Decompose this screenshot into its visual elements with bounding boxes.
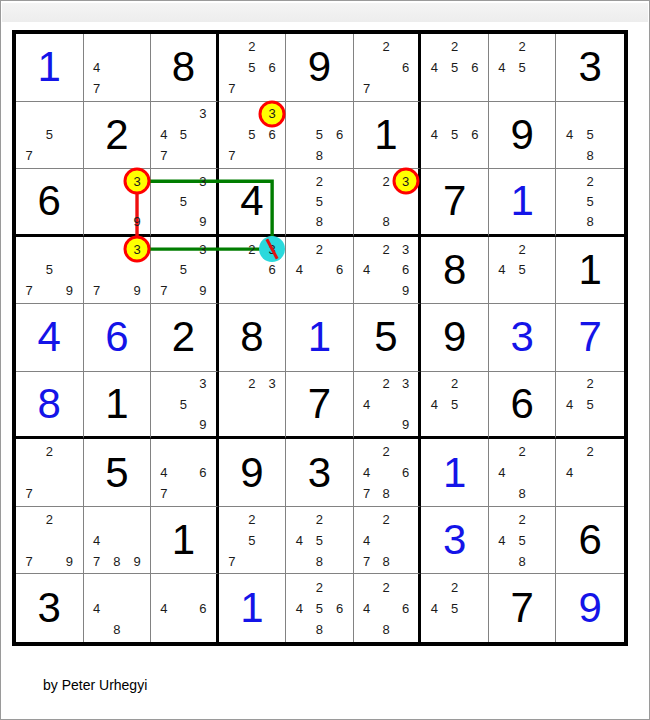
cell-r6c5[interactable]: 7 [286, 372, 354, 440]
cell-r6c9[interactable]: 245 [556, 372, 624, 440]
pencil-marks: 246 [289, 239, 350, 302]
cell-r9c8[interactable]: 7 [489, 574, 557, 642]
candidate-5: 5 [512, 530, 532, 551]
empty-slot [87, 260, 107, 281]
candidate-6: 6 [396, 260, 416, 281]
given-digit: 6 [16, 169, 83, 234]
cell-r7c3[interactable]: 467 [151, 439, 219, 507]
empty-slot [330, 576, 350, 597]
empty-slot [289, 171, 309, 191]
empty-slot [532, 530, 552, 551]
empty-slot [39, 462, 59, 483]
cell-r1c9[interactable]: 3 [556, 34, 624, 102]
given-digit: 4 [219, 169, 286, 234]
cell-r7c1[interactable]: 27 [16, 439, 84, 507]
candidate-9: 9 [396, 280, 416, 301]
empty-slot [396, 78, 416, 99]
pencil-marks: 568 [289, 104, 350, 167]
sudoku-grid: 1478256792672456245357234573567568145694… [12, 30, 628, 646]
candidate-4: 4 [424, 598, 444, 619]
candidate-9: 9 [193, 414, 213, 434]
cell-r2c6[interactable]: 1 [354, 102, 422, 170]
empty-slot [127, 260, 147, 281]
candidate-3: 3 [262, 374, 282, 394]
empty-slot [532, 57, 552, 78]
empty-slot [289, 551, 309, 572]
cell-r9c4[interactable]: 1 [219, 574, 287, 642]
candidate-6: 6 [262, 260, 282, 281]
candidate-4: 4 [357, 598, 377, 619]
cell-r6c2[interactable]: 1 [84, 372, 152, 440]
candidate-6: 6 [330, 260, 350, 281]
empty-slot [154, 576, 174, 597]
candidate-2: 2 [512, 509, 532, 530]
candidate-2: 2 [580, 441, 601, 462]
empty-slot [580, 414, 601, 434]
empty-slot [174, 576, 194, 597]
cell-r4c1[interactable]: 579 [16, 237, 84, 305]
pencil-marks: 458 [559, 104, 621, 167]
empty-slot [174, 145, 194, 166]
empty-slot [357, 191, 377, 211]
empty-slot [330, 191, 350, 211]
empty-slot [512, 78, 532, 99]
cell-r4c4[interactable]: 236 [219, 237, 287, 305]
empty-slot [532, 462, 552, 483]
cell-r3c5[interactable]: 258 [286, 169, 354, 237]
empty-slot [357, 619, 377, 640]
empty-slot [465, 78, 485, 99]
empty-slot [174, 374, 194, 394]
candidate-4: 4 [559, 462, 580, 483]
empty-slot [600, 191, 621, 211]
candidate-4: 4 [87, 530, 107, 551]
empty-slot [357, 280, 377, 301]
cell-r8c7[interactable]: 3 [421, 507, 489, 575]
empty-slot [465, 374, 485, 394]
candidate-4: 4 [492, 260, 512, 281]
empty-slot [107, 36, 127, 57]
cell-r3c1[interactable]: 6 [16, 169, 84, 237]
solved-digit: 4 [16, 304, 83, 371]
cell-r8c3[interactable]: 1 [151, 507, 219, 575]
cell-r8c8[interactable]: 2458 [489, 507, 557, 575]
empty-slot [289, 239, 309, 260]
cell-r4c7[interactable]: 8 [421, 237, 489, 305]
empty-slot [193, 145, 213, 166]
empty-slot [222, 36, 242, 57]
pencil-marks: 245 [492, 36, 553, 99]
cell-r6c7[interactable]: 245 [421, 372, 489, 440]
cell-r9c1[interactable]: 3 [16, 574, 84, 642]
candidate-5: 5 [39, 124, 59, 145]
empty-slot [193, 394, 213, 414]
cell-r2c3[interactable]: 3457 [151, 102, 219, 170]
cell-r8c6[interactable]: 2478 [354, 507, 422, 575]
candidate-4: 4 [492, 57, 512, 78]
empty-slot [174, 619, 194, 640]
cell-r2c5[interactable]: 568 [286, 102, 354, 170]
cell-r9c2[interactable]: 48 [84, 574, 152, 642]
cell-r5c1[interactable]: 4 [16, 304, 84, 372]
empty-slot [154, 619, 174, 640]
candidate-8: 8 [107, 551, 127, 572]
empty-slot [600, 211, 621, 231]
empty-slot [559, 211, 580, 231]
cell-r8c2[interactable]: 4789 [84, 507, 152, 575]
candidate-2: 2 [39, 509, 59, 530]
empty-slot [222, 509, 242, 530]
cell-r2c2[interactable]: 2 [84, 102, 152, 170]
empty-slot [222, 414, 242, 434]
solved-digit: 1 [219, 574, 286, 642]
empty-slot [87, 211, 107, 231]
cell-r4c5[interactable]: 246 [286, 237, 354, 305]
pencil-marks: 248 [492, 441, 553, 504]
empty-slot [289, 509, 309, 530]
given-digit: 5 [354, 304, 419, 371]
cell-r9c7[interactable]: 245 [421, 574, 489, 642]
candidate-7: 7 [154, 483, 174, 504]
cell-r6c1[interactable]: 8 [16, 372, 84, 440]
cell-r5c8[interactable]: 3 [489, 304, 557, 372]
empty-slot [262, 36, 282, 57]
empty-slot [19, 239, 39, 260]
cell-r1c4[interactable]: 2567 [219, 34, 287, 102]
empty-slot [465, 36, 485, 57]
empty-slot [289, 576, 309, 597]
empty-slot [492, 551, 512, 572]
empty-slot [222, 57, 242, 78]
pencil-marks: 24568 [289, 576, 350, 640]
candidate-3: 3 [193, 239, 213, 260]
cell-r1c5[interactable]: 9 [286, 34, 354, 102]
candidate-7: 7 [87, 280, 107, 301]
cell-r6c3[interactable]: 359 [151, 372, 219, 440]
cell-r3c6[interactable]: 238 [354, 169, 422, 237]
cell-r3c3[interactable]: 359 [151, 169, 219, 237]
candidate-5: 5 [309, 124, 329, 145]
pencil-marks: 2567 [222, 36, 283, 99]
candidate-4: 4 [289, 530, 309, 551]
cell-r8c9[interactable]: 6 [556, 507, 624, 575]
empty-slot [59, 239, 79, 260]
candidate-8: 8 [376, 619, 396, 640]
cell-r9c6[interactable]: 2468 [354, 574, 422, 642]
candidate-2: 2 [376, 239, 396, 260]
empty-slot [107, 576, 127, 597]
candidate-2: 2 [376, 576, 396, 597]
candidate-5: 5 [512, 260, 532, 281]
given-digit: 9 [421, 304, 488, 371]
empty-slot [357, 171, 377, 191]
empty-slot [357, 576, 377, 597]
candidate-9: 9 [127, 211, 147, 231]
pencil-marks: 258 [559, 171, 621, 232]
empty-slot [376, 394, 396, 414]
cell-r2c9[interactable]: 458 [556, 102, 624, 170]
cell-r7c4[interactable]: 9 [219, 439, 287, 507]
given-digit: 6 [556, 507, 624, 574]
cell-r9c9[interactable]: 9 [556, 574, 624, 642]
cell-r1c6[interactable]: 267 [354, 34, 422, 102]
empty-slot [357, 374, 377, 394]
empty-slot [174, 171, 194, 191]
cell-r7c6[interactable]: 24678 [354, 439, 422, 507]
cell-r4c2[interactable]: 379 [84, 237, 152, 305]
cell-r8c1[interactable]: 279 [16, 507, 84, 575]
empty-slot [465, 145, 485, 166]
empty-slot [242, 260, 262, 281]
empty-slot [396, 509, 416, 530]
empty-slot [289, 280, 309, 301]
empty-slot [87, 619, 107, 640]
cell-r1c1[interactable]: 1 [16, 34, 84, 102]
empty-slot [492, 239, 512, 260]
cell-r3c2[interactable]: 39 [84, 169, 152, 237]
empty-slot [39, 280, 59, 301]
pencil-marks: 379 [87, 239, 148, 302]
window: 1478256792672456245357234573567568145694… [0, 0, 650, 720]
given-digit: 2 [84, 102, 151, 169]
cell-r2c7[interactable]: 456 [421, 102, 489, 170]
empty-slot [174, 598, 194, 619]
empty-slot [330, 509, 350, 530]
cell-r9c3[interactable]: 46 [151, 574, 219, 642]
empty-slot [600, 441, 621, 462]
cell-r9c5[interactable]: 24568 [286, 574, 354, 642]
candidate-6: 6 [396, 598, 416, 619]
given-digit: 8 [421, 237, 488, 304]
given-digit: 6 [489, 372, 556, 437]
empty-slot [532, 280, 552, 301]
cell-r4c9[interactable]: 1 [556, 237, 624, 305]
empty-slot [107, 530, 127, 551]
cell-r4c3[interactable]: 3579 [151, 237, 219, 305]
cell-r1c2[interactable]: 47 [84, 34, 152, 102]
pencil-marks: 24678 [357, 441, 416, 504]
given-digit: 3 [286, 439, 353, 506]
cell-r3c9[interactable]: 258 [556, 169, 624, 237]
pencil-marks: 47 [87, 36, 148, 99]
empty-slot [424, 374, 444, 394]
empty-slot [357, 414, 377, 434]
cell-r5c9[interactable]: 7 [556, 304, 624, 372]
empty-slot [193, 619, 213, 640]
empty-slot [107, 260, 127, 281]
empty-slot [396, 211, 416, 231]
cell-r3c4[interactable]: 4 [219, 169, 287, 237]
empty-slot [154, 374, 174, 394]
empty-slot [127, 509, 147, 530]
empty-slot [376, 260, 396, 281]
empty-slot [465, 394, 485, 414]
empty-slot [107, 211, 127, 231]
cell-r5c3[interactable]: 2 [151, 304, 219, 372]
cell-r1c3[interactable]: 8 [151, 34, 219, 102]
candidate-4: 4 [87, 57, 107, 78]
cell-r4c8[interactable]: 245 [489, 237, 557, 305]
empty-slot [396, 551, 416, 572]
cell-r6c4[interactable]: 23 [219, 372, 287, 440]
cell-r7c8[interactable]: 248 [489, 439, 557, 507]
empty-slot [154, 239, 174, 260]
empty-slot [107, 598, 127, 619]
cell-r7c2[interactable]: 5 [84, 439, 152, 507]
empty-slot [262, 414, 282, 434]
candidate-3: 3 [396, 239, 416, 260]
empty-slot [154, 260, 174, 281]
empty-slot [600, 171, 621, 191]
chain-candidate-3: 3 [262, 239, 282, 260]
empty-slot [330, 551, 350, 572]
empty-slot [154, 394, 174, 414]
cell-r5c7[interactable]: 9 [421, 304, 489, 372]
empty-slot [465, 414, 485, 434]
given-digit: 3 [16, 574, 83, 642]
solved-digit: 3 [421, 507, 488, 574]
candidate-2: 2 [376, 441, 396, 462]
empty-slot [87, 509, 107, 530]
candidate-8: 8 [309, 211, 329, 231]
pencil-marks: 23 [222, 374, 283, 435]
empty-slot [127, 191, 147, 211]
empty-slot [376, 530, 396, 551]
candidate-5: 5 [174, 191, 194, 211]
empty-slot [330, 211, 350, 231]
candidate-5: 5 [309, 598, 329, 619]
empty-slot [154, 171, 174, 191]
candidate-4: 4 [424, 57, 444, 78]
candidate-9: 9 [127, 551, 147, 572]
candidate-4: 4 [492, 530, 512, 551]
given-digit: 7 [489, 574, 556, 642]
candidate-7: 7 [357, 78, 377, 99]
candidate-2: 2 [580, 374, 601, 394]
cell-r1c8[interactable]: 245 [489, 34, 557, 102]
empty-slot [532, 260, 552, 281]
candidate-8: 8 [309, 551, 329, 572]
empty-slot [445, 78, 465, 99]
cell-r5c5[interactable]: 1 [286, 304, 354, 372]
empty-slot [39, 145, 59, 166]
candidate-6: 6 [262, 124, 282, 145]
candidate-4: 4 [154, 462, 174, 483]
pencil-marks: 23469 [357, 239, 416, 302]
candidate-9: 9 [396, 414, 416, 434]
pencil-marks: 359 [154, 171, 213, 232]
solved-digit: 1 [489, 169, 556, 234]
cell-r4c6[interactable]: 23469 [354, 237, 422, 305]
cell-r2c8[interactable]: 9 [489, 102, 557, 170]
empty-slot [492, 483, 512, 504]
empty-slot [532, 509, 552, 530]
cell-r5c6[interactable]: 5 [354, 304, 422, 372]
cell-r5c2[interactable]: 6 [84, 304, 152, 372]
candidate-9: 9 [193, 211, 213, 231]
empty-slot [396, 530, 416, 551]
pencil-marks: 245 [424, 374, 485, 435]
empty-slot [289, 145, 309, 166]
empty-slot [127, 619, 147, 640]
empty-slot [59, 441, 79, 462]
given-digit: 9 [286, 34, 353, 101]
pencil-marks: 245 [424, 576, 485, 640]
cell-r8c4[interactable]: 257 [219, 507, 287, 575]
cell-r2c1[interactable]: 57 [16, 102, 84, 170]
solved-digit: 8 [16, 372, 83, 437]
empty-slot [262, 509, 282, 530]
cell-r6c6[interactable]: 2349 [354, 372, 422, 440]
empty-slot [600, 483, 621, 504]
cell-r7c7[interactable]: 1 [421, 439, 489, 507]
empty-slot [39, 104, 59, 125]
pencil-marks: 2468 [357, 576, 416, 640]
cell-r7c9[interactable]: 24 [556, 439, 624, 507]
candidate-6: 6 [193, 598, 213, 619]
candidate-8: 8 [309, 145, 329, 166]
empty-slot [59, 124, 79, 145]
cell-r5c4[interactable]: 8 [219, 304, 287, 372]
candidate-7: 7 [222, 145, 242, 166]
empty-slot [39, 483, 59, 504]
empty-slot [492, 509, 512, 530]
empty-slot [465, 619, 485, 640]
candidate-5: 5 [445, 598, 465, 619]
pencil-marks: 579 [19, 239, 80, 302]
candidate-4: 4 [559, 124, 580, 145]
empty-slot [87, 171, 107, 191]
candidate-9: 9 [59, 551, 79, 572]
candidate-7: 7 [357, 551, 377, 572]
empty-slot [107, 191, 127, 211]
given-digit: 1 [84, 372, 151, 437]
empty-slot [532, 239, 552, 260]
candidate-4: 4 [357, 462, 377, 483]
empty-slot [127, 598, 147, 619]
empty-slot [376, 598, 396, 619]
empty-slot [600, 104, 621, 125]
candidate-5: 5 [512, 57, 532, 78]
empty-slot [174, 462, 194, 483]
empty-slot [600, 374, 621, 394]
empty-slot [154, 441, 174, 462]
empty-slot [19, 441, 39, 462]
cell-r2c4[interactable]: 3567 [219, 102, 287, 170]
pencil-marks: 236 [222, 239, 283, 302]
empty-slot [19, 260, 39, 281]
empty-slot [559, 374, 580, 394]
candidate-8: 8 [376, 483, 396, 504]
empty-slot [424, 619, 444, 640]
empty-slot [59, 530, 79, 551]
candidate-2: 2 [580, 171, 601, 191]
empty-slot [309, 260, 329, 281]
empty-slot [19, 509, 39, 530]
empty-slot [262, 551, 282, 572]
cell-r8c5[interactable]: 2458 [286, 507, 354, 575]
cell-r6c8[interactable]: 6 [489, 372, 557, 440]
cell-r1c7[interactable]: 2456 [421, 34, 489, 102]
pencil-marks: 2349 [357, 374, 416, 435]
given-digit: 7 [286, 372, 353, 437]
empty-slot [193, 441, 213, 462]
cell-r3c8[interactable]: 1 [489, 169, 557, 237]
cell-r3c7[interactable]: 7 [421, 169, 489, 237]
empty-slot [309, 280, 329, 301]
candidate-3: 3 [193, 171, 213, 191]
cell-r7c5[interactable]: 3 [286, 439, 354, 507]
